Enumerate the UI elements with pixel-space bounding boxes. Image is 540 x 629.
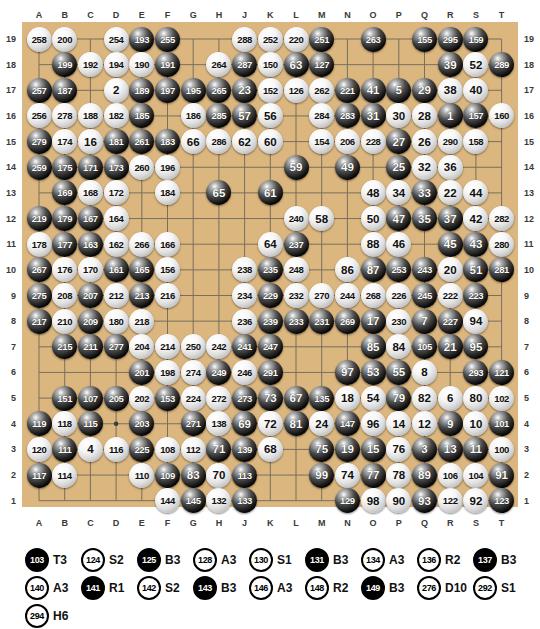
stone-move-number: 150	[263, 59, 278, 70]
stone-move-number: 92	[469, 495, 482, 507]
stone-d5: 205	[104, 386, 129, 411]
stone-n3: 19	[335, 437, 360, 462]
row-label-right: 14	[524, 161, 540, 173]
stone-g1: 145	[181, 488, 206, 513]
row-label-left: 18	[0, 59, 16, 71]
stone-c18: 192	[78, 52, 103, 77]
stone-move-number: 208	[57, 290, 72, 301]
row-label-right: 3	[524, 443, 540, 455]
column-label-top: J	[235, 9, 255, 21]
stone-n15: 206	[335, 129, 360, 154]
stone-f18: 191	[155, 52, 180, 77]
stone-move-number: 110	[135, 470, 149, 481]
stone-move-number: 194	[109, 59, 124, 70]
stone-n9: 244	[335, 283, 360, 308]
row-label-left: 9	[0, 290, 16, 302]
row-label-right: 18	[524, 59, 540, 71]
stone-move-number: 267	[32, 264, 47, 275]
stone-f11: 166	[155, 232, 180, 257]
stone-move-number: 179	[57, 213, 72, 224]
stone-o17: 41	[361, 78, 386, 103]
stone-f3: 108	[155, 437, 180, 462]
stone-move-number: 264	[212, 59, 227, 70]
stone-move-number: 84	[392, 341, 405, 353]
stone-move-number: 34	[392, 187, 405, 199]
stone-s2: 104	[463, 463, 488, 488]
legend-move-circle: 134	[361, 548, 385, 572]
stone-move-number: 2	[113, 84, 119, 96]
stone-move-number: 273	[237, 393, 252, 404]
stone-move-number: 129	[340, 495, 355, 506]
stone-b11: 177	[52, 232, 77, 257]
stone-j9: 234	[232, 283, 257, 308]
stone-move-number: 288	[237, 34, 252, 45]
row-label-left: 10	[0, 264, 16, 276]
stone-r8: 227	[438, 309, 463, 334]
column-label-bottom: R	[440, 517, 460, 529]
stone-c4: 115	[78, 411, 103, 436]
stone-move-number: 287	[237, 59, 252, 70]
stone-move-number: 266	[134, 239, 149, 250]
stone-r17: 38	[438, 78, 463, 103]
stone-move-number: 64	[264, 238, 277, 250]
stone-k7: 247	[258, 334, 283, 359]
legend-item: 130S1	[249, 548, 305, 572]
stone-move-number: 186	[186, 110, 201, 121]
stone-a12: 219	[27, 206, 52, 231]
legend-move-circle: 276	[417, 576, 441, 600]
stone-c14: 171	[78, 155, 103, 180]
stone-move-number: 234	[237, 290, 252, 301]
stone-move-number: 63	[290, 59, 303, 71]
stone-e8: 218	[129, 309, 154, 334]
stone-n5: 18	[335, 386, 360, 411]
column-label-bottom: M	[312, 517, 332, 529]
row-label-right: 2	[524, 469, 540, 481]
stone-move-number: 173	[109, 162, 124, 173]
stone-move-number: 4	[87, 443, 93, 455]
stone-move-number: 203	[134, 418, 149, 429]
row-label-left: 13	[0, 187, 16, 199]
stone-move-number: 198	[160, 367, 175, 378]
column-label-top: A	[29, 9, 49, 21]
stone-move-number: 220	[289, 34, 304, 45]
stone-g16: 186	[181, 103, 206, 128]
row-label-left: 7	[0, 341, 16, 353]
stone-d14: 173	[104, 155, 129, 180]
stone-l18: 63	[284, 52, 309, 77]
stone-m2: 99	[309, 463, 334, 488]
stone-b14: 175	[52, 155, 77, 180]
stone-move-number: 112	[186, 444, 200, 455]
stone-q3: 3	[412, 437, 437, 462]
stone-o2: 77	[361, 463, 386, 488]
stone-move-number: 232	[289, 290, 304, 301]
stone-move-number: 75	[315, 443, 328, 455]
stone-move-number: 80	[469, 392, 482, 404]
stone-m19: 251	[309, 27, 334, 52]
row-label-left: 4	[0, 418, 16, 430]
stone-move-number: 122	[443, 495, 458, 506]
stone-o7: 85	[361, 334, 386, 359]
stone-p11: 46	[386, 232, 411, 257]
stone-n4: 147	[335, 411, 360, 436]
stone-move-number: 281	[494, 264, 509, 275]
stone-move-number: 30	[392, 110, 405, 122]
stone-o4: 96	[361, 411, 386, 436]
column-label-top: D	[106, 9, 126, 21]
stone-move-number: 230	[391, 316, 406, 327]
stone-q5: 82	[412, 386, 437, 411]
stone-p5: 79	[386, 386, 411, 411]
stone-k3: 68	[258, 437, 283, 462]
row-label-left: 16	[0, 110, 16, 122]
stone-move-number: 168	[83, 187, 98, 198]
column-label-top: E	[132, 9, 152, 21]
row-label-right: 17	[524, 84, 540, 96]
stone-move-number: 237	[289, 239, 304, 250]
stone-a8: 217	[27, 309, 52, 334]
stone-move-number: 248	[289, 264, 304, 275]
stone-d3: 116	[104, 437, 129, 462]
row-label-left: 17	[0, 84, 16, 96]
stone-move-number: 277	[109, 341, 124, 352]
legend-move-coordinate: S1	[501, 581, 516, 595]
row-label-left: 3	[0, 443, 16, 455]
stone-p8: 230	[386, 309, 411, 334]
stone-move-number: 78	[392, 469, 405, 481]
stone-move-number: 192	[83, 59, 98, 70]
stone-a2: 117	[27, 463, 52, 488]
stone-s8: 94	[463, 309, 488, 334]
stone-move-number: 71	[212, 443, 225, 455]
stone-move-number: 187	[57, 85, 72, 96]
stone-t2: 91	[489, 463, 514, 488]
legend-item: 141R1	[81, 576, 137, 600]
stone-move-number: 278	[57, 110, 72, 121]
stone-move-number: 284	[314, 110, 329, 121]
column-label-top: S	[466, 9, 486, 21]
stone-a11: 178	[27, 232, 52, 257]
stone-move-number: 156	[160, 264, 175, 275]
stone-move-number: 132	[212, 495, 227, 506]
stone-k10: 235	[258, 257, 283, 282]
row-label-right: 13	[524, 187, 540, 199]
stone-move-number: 97	[341, 366, 354, 378]
stone-o16: 31	[361, 103, 386, 128]
column-label-bottom: F	[158, 517, 178, 529]
stone-move-number: 24	[315, 418, 328, 430]
legend-move-circle: 146	[249, 576, 273, 600]
stone-move-number: 223	[469, 290, 484, 301]
stone-move-number: 43	[469, 238, 482, 250]
stone-t5: 102	[489, 386, 514, 411]
stone-move-number: 155	[417, 34, 432, 45]
stone-move-number: 246	[237, 367, 252, 378]
stone-move-number: 32	[418, 161, 431, 173]
stone-b17: 187	[52, 78, 77, 103]
stone-move-number: 235	[263, 264, 278, 275]
stone-move-number: 182	[109, 110, 124, 121]
stone-move-number: 93	[418, 495, 431, 507]
stone-r9: 222	[438, 283, 463, 308]
stone-move-number: 37	[444, 213, 457, 225]
stone-move-number: 1	[447, 110, 453, 122]
stone-k4: 72	[258, 411, 283, 436]
stone-move-number: 158	[469, 136, 484, 147]
stone-move-number: 196	[160, 162, 175, 173]
stone-o9: 268	[361, 283, 386, 308]
stone-move-number: 87	[367, 264, 380, 276]
stone-move-number: 144	[160, 495, 175, 506]
stone-move-number: 116	[109, 444, 123, 455]
column-label-top: P	[389, 9, 409, 21]
stone-move-number: 250	[186, 341, 201, 352]
stone-move-number: 256	[32, 110, 47, 121]
stone-q15: 26	[412, 129, 437, 154]
stone-move-number: 255	[160, 34, 175, 45]
stone-move-number: 94	[469, 315, 482, 327]
stone-move-number: 44	[469, 187, 482, 199]
stone-k6: 291	[258, 360, 283, 385]
stone-move-number: 199	[57, 59, 72, 70]
stone-move-number: 66	[187, 136, 200, 148]
legend-move-coordinate: A3	[53, 581, 68, 595]
stone-move-number: 169	[57, 187, 72, 198]
stone-c11: 163	[78, 232, 103, 257]
stone-move-number: 33	[418, 187, 431, 199]
stone-d8: 180	[104, 309, 129, 334]
stone-move-number: 65	[212, 187, 225, 199]
stone-d13: 172	[104, 180, 129, 205]
stone-move-number: 265	[212, 85, 227, 96]
stone-c12: 167	[78, 206, 103, 231]
legend-move-circle: 125	[137, 548, 161, 572]
stone-move-number: 154	[314, 136, 329, 147]
stone-k17: 152	[258, 78, 283, 103]
stone-move-number: 55	[392, 366, 405, 378]
stone-move-number: 13	[444, 443, 457, 455]
row-label-left: 1	[0, 495, 16, 507]
stone-f9: 216	[155, 283, 180, 308]
stone-move-number: 81	[290, 418, 303, 430]
row-label-left: 2	[0, 469, 16, 481]
stone-move-number: 274	[186, 367, 201, 378]
stone-o12: 50	[361, 206, 386, 231]
legend-move-circle: 140	[25, 576, 49, 600]
legend-move-circle: 142	[137, 576, 161, 600]
row-label-right: 19	[524, 33, 540, 45]
stone-move-number: 117	[32, 470, 46, 481]
stone-move-number: 159	[469, 34, 484, 45]
stone-move-number: 11	[470, 443, 482, 455]
stone-move-number: 170	[83, 264, 98, 275]
stone-e17: 189	[129, 78, 154, 103]
stone-move-number: 178	[32, 239, 47, 250]
stone-move-number: 8	[421, 366, 427, 378]
stone-move-number: 191	[160, 59, 175, 70]
stone-move-number: 238	[237, 264, 252, 275]
stone-q14: 32	[412, 155, 437, 180]
stone-q2: 89	[412, 463, 437, 488]
stone-move-number: 121	[494, 367, 509, 378]
stone-move-number: 19	[341, 443, 354, 455]
legend-item: 276D10	[417, 576, 473, 600]
stone-d18: 194	[104, 52, 129, 77]
stone-move-number: 17	[367, 315, 380, 327]
stone-move-number: 45	[444, 238, 457, 250]
stone-move-number: 163	[83, 239, 98, 250]
stone-move-number: 99	[315, 469, 328, 481]
stone-move-number: 218	[134, 316, 149, 327]
stone-o3: 15	[361, 437, 386, 462]
stone-move-number: 251	[314, 34, 329, 45]
stone-b3: 111	[52, 437, 77, 462]
stone-a3: 120	[27, 437, 52, 462]
stone-move-number: 85	[367, 341, 380, 353]
stone-move-number: 16	[84, 136, 97, 148]
stone-q9: 245	[412, 283, 437, 308]
stone-l5: 67	[284, 386, 309, 411]
stone-f6: 198	[155, 360, 180, 385]
stone-move-number: 46	[392, 238, 405, 250]
stone-move-number: 58	[315, 213, 328, 225]
column-label-bottom: Q	[415, 517, 435, 529]
stone-move-number: 68	[264, 443, 277, 455]
stone-move-number: 240	[289, 213, 304, 224]
row-label-left: 11	[0, 238, 16, 250]
stone-r18: 39	[438, 52, 463, 77]
stone-c5: 107	[78, 386, 103, 411]
column-label-top: C	[80, 9, 100, 21]
legend-move-circle: 294	[25, 604, 49, 628]
stone-move-number: 51	[469, 264, 482, 276]
stone-move-number: 115	[83, 418, 97, 429]
column-label-top: O	[363, 9, 383, 21]
stone-move-number: 152	[263, 85, 278, 96]
stone-move-number: 118	[58, 418, 72, 429]
stone-d11: 162	[104, 232, 129, 257]
legend-move-circle: 128	[193, 548, 217, 572]
stone-move-number: 231	[314, 316, 329, 327]
stone-k18: 150	[258, 52, 283, 77]
legend-move-coordinate: H6	[53, 609, 68, 623]
stone-move-number: 283	[340, 110, 355, 121]
legend-move-coordinate: A3	[277, 581, 292, 595]
stone-j8: 236	[232, 309, 257, 334]
legend-move-circle: 124	[81, 548, 105, 572]
stone-c3: 4	[78, 437, 103, 462]
stone-l19: 220	[284, 27, 309, 52]
stone-move-number: 229	[263, 290, 278, 301]
stone-move-number: 233	[289, 316, 304, 327]
legend-item: 146A3	[249, 576, 305, 600]
stone-j3: 139	[232, 437, 257, 462]
stone-move-number: 123	[494, 495, 509, 506]
stone-move-number: 193	[134, 34, 149, 45]
stone-e2: 110	[129, 463, 154, 488]
legend-move-coordinate: R1	[109, 581, 124, 595]
stone-move-number: 181	[109, 136, 124, 147]
legend-move-coordinate: B3	[165, 553, 180, 567]
stone-j6: 246	[232, 360, 257, 385]
stone-move-number: 119	[32, 418, 46, 429]
column-label-bottom: C	[80, 517, 100, 529]
stone-move-number: 50	[367, 213, 380, 225]
stone-p17: 5	[386, 78, 411, 103]
row-label-right: 15	[524, 136, 540, 148]
stone-f15: 183	[155, 129, 180, 154]
row-label-right: 8	[524, 315, 540, 327]
stone-move-number: 291	[263, 367, 278, 378]
stone-k5: 73	[258, 386, 283, 411]
legend-move-circle: 131	[305, 548, 329, 572]
stone-r13: 22	[438, 180, 463, 205]
column-label-bottom: D	[106, 517, 126, 529]
stone-move-number: 53	[367, 366, 380, 378]
stone-move-number: 35	[418, 213, 431, 225]
stone-move-number: 14	[392, 418, 405, 430]
stone-move-number: 147	[340, 418, 355, 429]
legend-move-coordinate: B3	[501, 553, 516, 567]
column-label-bottom: K	[260, 517, 280, 529]
stone-move-number: 209	[83, 316, 98, 327]
stone-move-number: 221	[340, 85, 355, 96]
column-label-top: B	[55, 9, 75, 21]
stone-g15: 66	[181, 129, 206, 154]
legend-item: 143B3	[193, 576, 249, 600]
stone-m5: 135	[309, 386, 334, 411]
column-label-top: G	[183, 9, 203, 21]
stone-f17: 197	[155, 78, 180, 103]
stone-move-number: 202	[134, 393, 149, 404]
stone-o10: 87	[361, 257, 386, 282]
legend-move-coordinate: R2	[445, 553, 460, 567]
stone-q19: 155	[412, 27, 437, 52]
stone-t3: 100	[489, 437, 514, 462]
stone-move-number: 280	[494, 239, 509, 250]
stone-move-number: 83	[187, 469, 200, 481]
stone-l10: 248	[284, 257, 309, 282]
stone-move-number: 47	[392, 213, 405, 225]
stone-move-number: 258	[32, 34, 47, 45]
column-label-top: N	[337, 9, 357, 21]
stone-g7: 250	[181, 334, 206, 359]
stone-r14: 36	[438, 155, 463, 180]
row-label-right: 1	[524, 495, 540, 507]
column-label-bottom: O	[363, 517, 383, 529]
stone-o8: 17	[361, 309, 386, 334]
stone-r1: 122	[438, 488, 463, 513]
legend-item: 131B3	[305, 548, 361, 572]
stone-e5: 202	[129, 386, 154, 411]
stone-move-number: 22	[444, 187, 457, 199]
stone-move-number: 263	[366, 34, 381, 45]
stone-move-number: 227	[443, 316, 458, 327]
stone-t11: 280	[489, 232, 514, 257]
stone-move-number: 243	[417, 264, 432, 275]
legend-move-circle: 148	[305, 576, 329, 600]
stone-move-number: 38	[444, 84, 457, 96]
legend-move-coordinate: A3	[389, 553, 404, 567]
stone-move-number: 249	[212, 367, 227, 378]
stone-o1: 98	[361, 488, 386, 513]
stone-move-number: 41	[367, 84, 380, 96]
legend-item: 134A3	[361, 548, 417, 572]
column-label-top: F	[158, 9, 178, 21]
legend-item: 128A3	[193, 548, 249, 572]
stone-move-number: 126	[289, 85, 304, 96]
